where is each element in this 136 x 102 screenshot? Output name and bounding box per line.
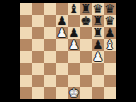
chess-board: ♝♜♛♛♟♚♜♛♟♟♜♟♟♟♝♟♚ [20, 3, 116, 99]
black-king-f7[interactable]: ♚ [80, 15, 92, 27]
chess-diagram: ♝♜♛♛♟♚♜♛♟♟♜♟♟♟♝♟♚ [0, 0, 136, 102]
black-bishop-e8[interactable]: ♝ [68, 3, 80, 15]
square-f7[interactable]: ♚ [80, 15, 92, 27]
white-bishop-h5[interactable]: ♝ [104, 39, 116, 51]
square-f2[interactable] [80, 75, 92, 87]
square-c6[interactable] [44, 27, 56, 39]
square-f1[interactable] [80, 87, 92, 99]
square-b5[interactable] [32, 39, 44, 51]
square-f3[interactable] [80, 63, 92, 75]
square-a8[interactable] [20, 3, 32, 15]
square-d3[interactable] [56, 63, 68, 75]
square-a1[interactable] [20, 87, 32, 99]
square-d4[interactable] [56, 51, 68, 63]
square-a6[interactable] [20, 27, 32, 39]
square-a5[interactable] [20, 39, 32, 51]
square-h2[interactable] [104, 75, 116, 87]
square-b4[interactable] [32, 51, 44, 63]
square-d2[interactable] [56, 75, 68, 87]
square-e4[interactable] [68, 51, 80, 63]
square-b8[interactable] [32, 3, 44, 15]
square-e3[interactable] [68, 63, 80, 75]
square-h4[interactable] [104, 51, 116, 63]
white-pawn-d6[interactable]: ♟ [56, 27, 68, 39]
square-b3[interactable] [32, 63, 44, 75]
square-c3[interactable] [44, 63, 56, 75]
square-g2[interactable] [92, 75, 104, 87]
square-b1[interactable] [32, 87, 44, 99]
white-pawn-g4[interactable]: ♟ [92, 51, 104, 63]
square-c1[interactable] [44, 87, 56, 99]
square-h5[interactable]: ♝ [104, 39, 116, 51]
white-pawn-e5[interactable]: ♟ [68, 39, 80, 51]
square-f4[interactable] [80, 51, 92, 63]
square-g1[interactable] [92, 87, 104, 99]
square-g3[interactable] [92, 63, 104, 75]
square-c5[interactable] [44, 39, 56, 51]
square-a7[interactable] [20, 15, 32, 27]
square-h3[interactable] [104, 63, 116, 75]
square-c4[interactable] [44, 51, 56, 63]
square-b6[interactable] [32, 27, 44, 39]
square-e1[interactable]: ♚ [68, 87, 80, 99]
square-a3[interactable] [20, 63, 32, 75]
square-c7[interactable] [44, 15, 56, 27]
white-king-e1[interactable]: ♚ [68, 87, 80, 99]
square-e5[interactable]: ♟ [68, 39, 80, 51]
square-f6[interactable] [80, 27, 92, 39]
square-c2[interactable] [44, 75, 56, 87]
square-a2[interactable] [20, 75, 32, 87]
square-h1[interactable] [104, 87, 116, 99]
square-f5[interactable] [80, 39, 92, 51]
square-d1[interactable] [56, 87, 68, 99]
square-d6[interactable]: ♟ [56, 27, 68, 39]
square-b7[interactable] [32, 15, 44, 27]
square-e8[interactable]: ♝ [68, 3, 80, 15]
square-d5[interactable] [56, 39, 68, 51]
square-c8[interactable] [44, 3, 56, 15]
square-a4[interactable] [20, 51, 32, 63]
square-g4[interactable]: ♟ [92, 51, 104, 63]
square-b2[interactable] [32, 75, 44, 87]
